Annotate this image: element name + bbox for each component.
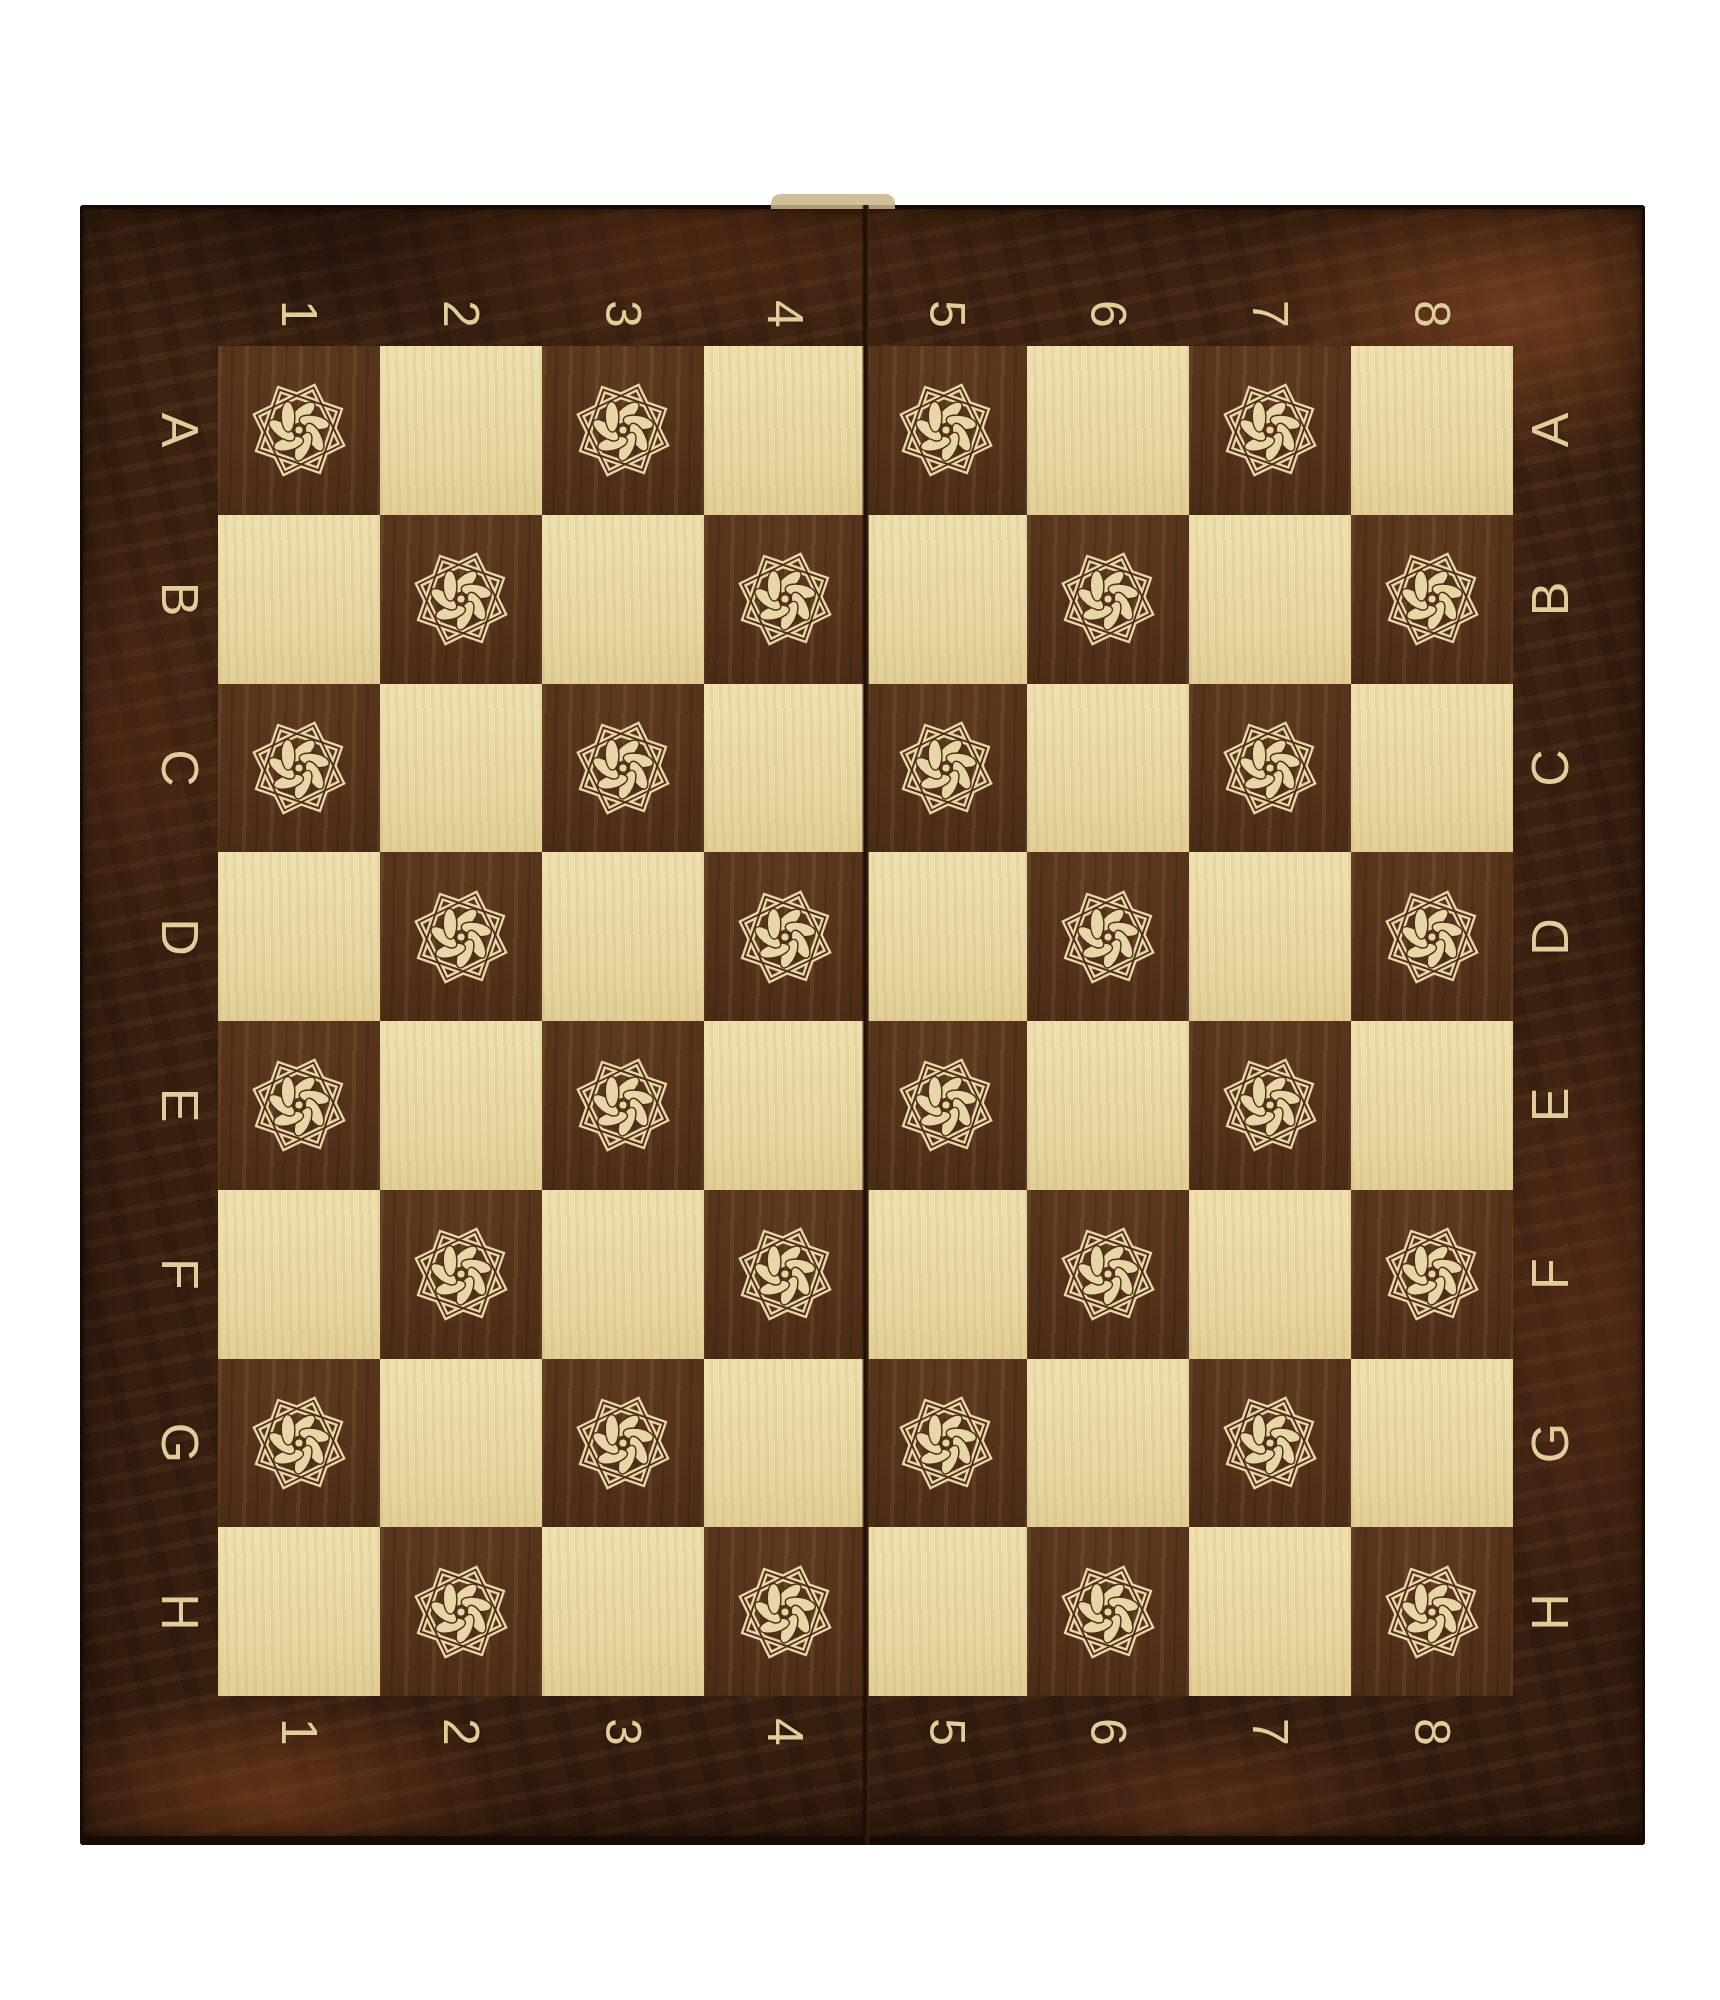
file-label-bottom-7: 7 bbox=[1245, 1718, 1295, 1746]
eternity-rosette-ornament bbox=[1366, 1208, 1498, 1340]
square-A5 bbox=[866, 346, 1028, 515]
square-G5 bbox=[866, 1359, 1028, 1528]
file-label-top-5: 5 bbox=[921, 300, 971, 328]
eternity-rosette-ornament bbox=[557, 1377, 689, 1509]
file-label-top-1: 1 bbox=[274, 300, 324, 328]
eternity-rosette-ornament bbox=[395, 871, 527, 1003]
square-C7 bbox=[1189, 684, 1351, 853]
square-A1 bbox=[218, 346, 380, 515]
square-H2 bbox=[380, 1527, 542, 1696]
file-label-bottom-4: 4 bbox=[760, 1718, 810, 1746]
square-F7 bbox=[1189, 1190, 1351, 1359]
square-H4 bbox=[704, 1527, 866, 1696]
fold-seam bbox=[862, 205, 869, 1845]
rank-label-right-G: G bbox=[1524, 1423, 1576, 1463]
square-B3 bbox=[542, 515, 704, 684]
eternity-rosette-ornament bbox=[719, 1546, 851, 1678]
eternity-rosette-ornament bbox=[719, 871, 851, 1003]
square-C3 bbox=[542, 684, 704, 853]
square-C8 bbox=[1351, 684, 1513, 853]
square-F6 bbox=[1027, 1190, 1189, 1359]
file-label-bottom-2: 2 bbox=[436, 1718, 486, 1746]
left-rank-labels: ABCDEFGH bbox=[151, 346, 209, 1696]
file-label-top-8: 8 bbox=[1407, 300, 1457, 328]
right-rank-labels: ABCDEFGH bbox=[1521, 346, 1579, 1696]
square-G3 bbox=[542, 1359, 704, 1528]
square-E7 bbox=[1189, 1021, 1351, 1190]
rank-label-left-H: H bbox=[154, 1593, 206, 1631]
square-B6 bbox=[1027, 515, 1189, 684]
eternity-rosette-ornament bbox=[880, 702, 1012, 834]
eternity-rosette-ornament bbox=[1042, 533, 1174, 665]
square-E3 bbox=[542, 1021, 704, 1190]
file-label-top-2: 2 bbox=[436, 300, 486, 328]
square-D4 bbox=[704, 852, 866, 1021]
square-H5 bbox=[866, 1527, 1028, 1696]
square-E1 bbox=[218, 1021, 380, 1190]
eternity-rosette-ornament bbox=[1204, 702, 1336, 834]
square-C1 bbox=[218, 684, 380, 853]
file-label-top-4: 4 bbox=[760, 300, 810, 328]
square-G7 bbox=[1189, 1359, 1351, 1528]
file-label-top-3: 3 bbox=[598, 300, 648, 328]
square-A4 bbox=[704, 346, 866, 515]
eternity-rosette-ornament bbox=[1204, 364, 1336, 496]
square-F1 bbox=[218, 1190, 380, 1359]
chessboard: 12345678 12345678 ABCDEFGH ABCDEFGH bbox=[80, 205, 1645, 1845]
file-label-bottom-5: 5 bbox=[921, 1718, 971, 1746]
eternity-rosette-ornament bbox=[1366, 533, 1498, 665]
eternity-rosette-ornament bbox=[1366, 871, 1498, 1003]
square-F8 bbox=[1351, 1190, 1513, 1359]
eternity-rosette-ornament bbox=[233, 1039, 365, 1171]
eternity-rosette-ornament bbox=[880, 1039, 1012, 1171]
square-A7 bbox=[1189, 346, 1351, 515]
square-G8 bbox=[1351, 1359, 1513, 1528]
square-H8 bbox=[1351, 1527, 1513, 1696]
rank-label-left-F: F bbox=[154, 1258, 206, 1290]
eternity-rosette-ornament bbox=[880, 364, 1012, 496]
square-B1 bbox=[218, 515, 380, 684]
eternity-rosette-ornament bbox=[1204, 1039, 1336, 1171]
eternity-rosette-ornament bbox=[1042, 1208, 1174, 1340]
square-D1 bbox=[218, 852, 380, 1021]
rank-label-right-C: C bbox=[1524, 749, 1576, 787]
square-B7 bbox=[1189, 515, 1351, 684]
square-D8 bbox=[1351, 852, 1513, 1021]
eternity-rosette-ornament bbox=[557, 364, 689, 496]
square-A3 bbox=[542, 346, 704, 515]
square-E4 bbox=[704, 1021, 866, 1190]
square-A8 bbox=[1351, 346, 1513, 515]
square-D6 bbox=[1027, 852, 1189, 1021]
square-B8 bbox=[1351, 515, 1513, 684]
eternity-rosette-ornament bbox=[395, 1546, 527, 1678]
rank-label-left-B: B bbox=[154, 582, 206, 617]
file-label-top-6: 6 bbox=[1083, 300, 1133, 328]
square-H1 bbox=[218, 1527, 380, 1696]
rank-label-right-B: B bbox=[1524, 582, 1576, 617]
file-label-bottom-3: 3 bbox=[598, 1718, 648, 1746]
eternity-rosette-ornament bbox=[1042, 871, 1174, 1003]
rank-label-left-G: G bbox=[154, 1423, 206, 1463]
square-H6 bbox=[1027, 1527, 1189, 1696]
eternity-rosette-ornament bbox=[233, 702, 365, 834]
square-D2 bbox=[380, 852, 542, 1021]
square-G6 bbox=[1027, 1359, 1189, 1528]
square-C4 bbox=[704, 684, 866, 853]
square-E8 bbox=[1351, 1021, 1513, 1190]
eternity-rosette-ornament bbox=[557, 702, 689, 834]
square-G4 bbox=[704, 1359, 866, 1528]
square-B2 bbox=[380, 515, 542, 684]
square-A2 bbox=[380, 346, 542, 515]
file-label-top-7: 7 bbox=[1245, 300, 1295, 328]
square-A6 bbox=[1027, 346, 1189, 515]
eternity-rosette-ornament bbox=[1042, 1546, 1174, 1678]
rank-label-right-D: D bbox=[1524, 918, 1576, 956]
file-label-bottom-1: 1 bbox=[274, 1718, 324, 1746]
eternity-rosette-ornament bbox=[719, 1208, 851, 1340]
rank-label-left-C: C bbox=[154, 749, 206, 787]
rank-label-left-A: A bbox=[154, 413, 206, 448]
square-B5 bbox=[866, 515, 1028, 684]
eternity-rosette-ornament bbox=[233, 1377, 365, 1509]
rank-label-right-F: F bbox=[1524, 1258, 1576, 1290]
rank-label-left-E: E bbox=[154, 1088, 206, 1123]
eternity-rosette-ornament bbox=[719, 533, 851, 665]
eternity-rosette-ornament bbox=[1366, 1546, 1498, 1678]
eternity-rosette-ornament bbox=[880, 1377, 1012, 1509]
eternity-rosette-ornament bbox=[1204, 1377, 1336, 1509]
square-E2 bbox=[380, 1021, 542, 1190]
square-F3 bbox=[542, 1190, 704, 1359]
hinge-detail bbox=[771, 194, 895, 209]
square-F5 bbox=[866, 1190, 1028, 1359]
rank-label-right-E: E bbox=[1524, 1088, 1576, 1123]
square-B4 bbox=[704, 515, 866, 684]
eternity-rosette-ornament bbox=[395, 1208, 527, 1340]
file-label-bottom-8: 8 bbox=[1407, 1718, 1457, 1746]
file-label-bottom-6: 6 bbox=[1083, 1718, 1133, 1746]
rank-label-right-A: A bbox=[1524, 413, 1576, 448]
square-E5 bbox=[866, 1021, 1028, 1190]
eternity-rosette-ornament bbox=[557, 1039, 689, 1171]
eternity-rosette-ornament bbox=[395, 533, 527, 665]
square-C6 bbox=[1027, 684, 1189, 853]
rank-label-left-D: D bbox=[154, 918, 206, 956]
square-G1 bbox=[218, 1359, 380, 1528]
square-D5 bbox=[866, 852, 1028, 1021]
eternity-rosette-ornament bbox=[233, 364, 365, 496]
square-D7 bbox=[1189, 852, 1351, 1021]
square-C2 bbox=[380, 684, 542, 853]
square-F2 bbox=[380, 1190, 542, 1359]
square-H3 bbox=[542, 1527, 704, 1696]
square-D3 bbox=[542, 852, 704, 1021]
square-H7 bbox=[1189, 1527, 1351, 1696]
square-C5 bbox=[866, 684, 1028, 853]
page: { "game": "chess", "position": { "fen": … bbox=[0, 0, 1720, 2000]
rank-label-right-H: H bbox=[1524, 1593, 1576, 1631]
square-E6 bbox=[1027, 1021, 1189, 1190]
square-F4 bbox=[704, 1190, 866, 1359]
square-G2 bbox=[380, 1359, 542, 1528]
